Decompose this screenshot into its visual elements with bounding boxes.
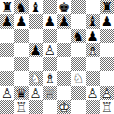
square-f6[interactable]: ♞: [71, 29, 85, 43]
white-pawn-outline-glyph: ♙: [86, 86, 100, 100]
square-a5[interactable]: [0, 43, 14, 57]
piece-black-queen: ♛: [14, 86, 28, 100]
square-d5[interactable]: ♟♙: [43, 43, 57, 57]
square-b1[interactable]: ♜♖: [14, 100, 28, 114]
white-bishop-outline-glyph: ♗: [43, 71, 57, 85]
square-f2[interactable]: [71, 86, 85, 100]
white-rook-outline-glyph: ♖: [14, 100, 28, 114]
black-rook-glyph: ♜: [0, 0, 14, 14]
black-knight-glyph: ♞: [71, 29, 85, 43]
square-f7[interactable]: [71, 14, 85, 28]
square-g6[interactable]: ♟: [86, 29, 100, 43]
square-b3[interactable]: [14, 71, 28, 85]
piece-white-knight: ♞♘: [71, 71, 85, 85]
piece-white-queen: ♛♕: [43, 86, 57, 100]
square-b7[interactable]: ♟: [14, 14, 28, 28]
square-a2[interactable]: ♟♙: [0, 86, 14, 100]
square-g3[interactable]: [86, 71, 100, 85]
white-pawn-outline-glyph: ♙: [100, 86, 114, 100]
square-d7[interactable]: ♟: [43, 14, 57, 28]
piece-black-knight: ♞: [14, 0, 28, 14]
piece-black-bishop: ♝: [29, 0, 43, 14]
square-e3[interactable]: [57, 71, 71, 85]
square-e7[interactable]: ♟: [57, 14, 71, 28]
piece-black-pawn: ♟: [100, 14, 114, 28]
square-c6[interactable]: [29, 29, 43, 43]
square-a4[interactable]: [0, 57, 14, 71]
square-d1[interactable]: [43, 100, 57, 114]
square-e6[interactable]: [57, 29, 71, 43]
piece-white-bishop: ♝♗: [86, 43, 100, 57]
white-king-outline-glyph: ♔: [57, 100, 71, 114]
square-g4[interactable]: [86, 57, 100, 71]
square-c1[interactable]: [29, 100, 43, 114]
piece-white-pawn: ♟♙: [43, 43, 57, 57]
piece-white-rook: ♜♖: [100, 100, 114, 114]
piece-black-pawn: ♟: [29, 43, 43, 57]
piece-black-rook: ♜: [100, 0, 114, 14]
square-h1[interactable]: ♜♖: [100, 100, 114, 114]
square-g5[interactable]: ♝♗: [86, 43, 100, 57]
piece-white-pawn: ♟♙: [100, 86, 114, 100]
piece-white-pawn: ♟♙: [29, 86, 43, 100]
square-h8[interactable]: ♜: [100, 0, 114, 14]
square-f1[interactable]: [71, 100, 85, 114]
square-d8[interactable]: [43, 0, 57, 14]
square-h3[interactable]: [100, 71, 114, 85]
square-c3[interactable]: ♞♘: [29, 71, 43, 85]
square-g1[interactable]: [86, 100, 100, 114]
white-queen-outline-glyph: ♕: [43, 86, 57, 100]
square-h6[interactable]: [100, 29, 114, 43]
piece-black-king: ♚: [57, 0, 71, 14]
piece-black-pawn: ♟: [57, 14, 71, 28]
black-pawn-glyph: ♟: [100, 14, 114, 28]
square-f8[interactable]: [71, 0, 85, 14]
white-pawn-outline-glyph: ♙: [0, 86, 14, 100]
square-g7[interactable]: ♝: [86, 14, 100, 28]
piece-black-pawn: ♟: [0, 14, 14, 28]
square-b5[interactable]: [14, 43, 28, 57]
square-a7[interactable]: ♟: [0, 14, 14, 28]
black-rook-glyph: ♜: [100, 0, 114, 14]
black-bishop-glyph: ♝: [86, 14, 100, 28]
piece-white-pawn: ♟♙: [0, 86, 14, 100]
black-king-glyph: ♚: [57, 0, 71, 14]
square-b2[interactable]: ♛: [14, 86, 28, 100]
square-a3[interactable]: [0, 71, 14, 85]
square-d3[interactable]: ♝♗: [43, 71, 57, 85]
square-c5[interactable]: ♟: [29, 43, 43, 57]
piece-black-pawn: ♟: [86, 29, 100, 43]
square-c4[interactable]: [29, 57, 43, 71]
black-pawn-glyph: ♟: [0, 14, 14, 28]
square-e2[interactable]: [57, 86, 71, 100]
square-g8[interactable]: [86, 0, 100, 14]
black-pawn-glyph: ♟: [14, 14, 28, 28]
piece-white-pawn: ♟♙: [86, 86, 100, 100]
piece-black-knight: ♞: [71, 29, 85, 43]
square-e8[interactable]: ♚: [57, 0, 71, 14]
piece-white-knight: ♞♘: [29, 71, 43, 85]
square-e4[interactable]: [57, 57, 71, 71]
piece-black-bishop: ♝: [86, 14, 100, 28]
square-g2[interactable]: ♟♙: [86, 86, 100, 100]
black-pawn-glyph: ♟: [86, 29, 100, 43]
black-queen-glyph: ♛: [14, 86, 28, 100]
square-c8[interactable]: ♝: [29, 0, 43, 14]
white-pawn-outline-glyph: ♙: [29, 86, 43, 100]
square-c2[interactable]: ♟♙: [29, 86, 43, 100]
square-h2[interactable]: ♟♙: [100, 86, 114, 100]
square-d4[interactable]: [43, 57, 57, 71]
black-pawn-glyph: ♟: [43, 14, 57, 28]
square-f4[interactable]: [71, 57, 85, 71]
square-b4[interactable]: [14, 57, 28, 71]
black-bishop-glyph: ♝: [29, 0, 43, 14]
square-e1[interactable]: ♚♔: [57, 100, 71, 114]
black-pawn-glyph: ♟: [57, 14, 71, 28]
piece-black-pawn: ♟: [43, 14, 57, 28]
square-c7[interactable]: [29, 14, 43, 28]
square-h5[interactable]: [100, 43, 114, 57]
square-f3[interactable]: ♞♘: [71, 71, 85, 85]
piece-white-rook: ♜♖: [14, 100, 28, 114]
white-bishop-outline-glyph: ♗: [86, 43, 100, 57]
square-h4[interactable]: [100, 57, 114, 71]
square-f5[interactable]: [71, 43, 85, 57]
white-knight-outline-glyph: ♘: [29, 71, 43, 85]
square-h7[interactable]: ♟: [100, 14, 114, 28]
piece-black-pawn: ♟: [14, 14, 28, 28]
square-b6[interactable]: [14, 29, 28, 43]
square-d6[interactable]: [43, 29, 57, 43]
square-a1[interactable]: [0, 100, 14, 114]
chess-board: ♜♞♝♚♜♟♟♟♟♝♟♞♟♟♟♙♝♗♞♘♝♗♞♘♟♙♛♟♙♛♕♟♙♟♙♜♖♚♔♜…: [0, 0, 114, 114]
square-a8[interactable]: ♜: [0, 0, 14, 14]
square-a6[interactable]: [0, 29, 14, 43]
black-knight-glyph: ♞: [14, 0, 28, 14]
piece-white-king: ♚♔: [57, 100, 71, 114]
piece-black-rook: ♜: [0, 0, 14, 14]
white-rook-outline-glyph: ♖: [100, 100, 114, 114]
square-b8[interactable]: ♞: [14, 0, 28, 14]
square-d2[interactable]: ♛♕: [43, 86, 57, 100]
white-knight-outline-glyph: ♘: [71, 71, 85, 85]
black-pawn-glyph: ♟: [29, 43, 43, 57]
square-e5[interactable]: [57, 43, 71, 57]
white-pawn-outline-glyph: ♙: [43, 43, 57, 57]
piece-white-bishop: ♝♗: [43, 71, 57, 85]
